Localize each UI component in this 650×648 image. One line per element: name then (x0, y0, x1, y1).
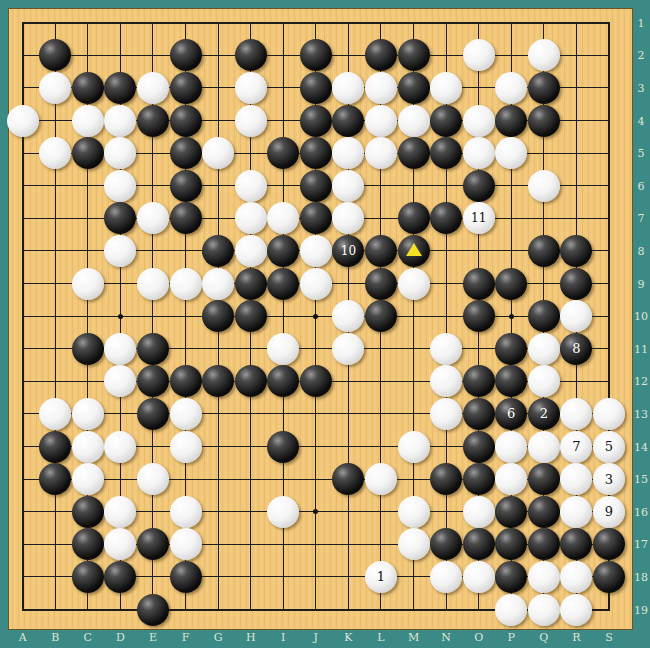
stone-black-H12[interactable] (235, 365, 267, 397)
stone-black-J7[interactable] (300, 202, 332, 234)
row-label-2: 2 (634, 50, 648, 61)
row-label-12: 12 (634, 376, 648, 387)
stone-black-R9[interactable] (560, 268, 592, 300)
stone-white-L18[interactable]: 1 (365, 561, 397, 593)
stone-black-J4[interactable] (300, 105, 332, 137)
stone-white-F13[interactable] (170, 398, 202, 430)
stone-black-O10[interactable] (463, 300, 495, 332)
stone-black-O13[interactable] (463, 398, 495, 430)
column-label-J: J (310, 632, 322, 643)
stone-white-D6[interactable] (104, 170, 136, 202)
stone-white-O2[interactable] (463, 39, 495, 71)
stone-black-J3[interactable] (300, 72, 332, 104)
stone-white-J8[interactable] (300, 235, 332, 267)
stone-black-L8[interactable] (365, 235, 397, 267)
stone-black-F12[interactable] (170, 365, 202, 397)
stone-white-K11[interactable] (332, 333, 364, 365)
stone-white-H3[interactable] (235, 72, 267, 104)
column-label-O: O (473, 632, 485, 643)
column-label-C: C (82, 632, 94, 643)
row-label-14: 14 (634, 442, 648, 453)
stone-white-O5[interactable] (463, 137, 495, 169)
stone-black-F5[interactable] (170, 137, 202, 169)
stone-black-P9[interactable] (495, 268, 527, 300)
stone-black-O12[interactable] (463, 365, 495, 397)
stone-black-Q16[interactable] (528, 496, 560, 528)
stone-white-E3[interactable] (137, 72, 169, 104)
star-point-P10 (509, 314, 514, 319)
stone-white-C9[interactable] (72, 268, 104, 300)
stone-black-O9[interactable] (463, 268, 495, 300)
stone-white-P14[interactable] (495, 431, 527, 463)
stone-white-H7[interactable] (235, 202, 267, 234)
stone-white-R19[interactable] (560, 594, 592, 626)
row-label-3: 3 (634, 83, 648, 94)
stone-white-Q6[interactable] (528, 170, 560, 202)
column-label-D: D (114, 632, 126, 643)
stone-black-C11[interactable] (72, 333, 104, 365)
column-label-Q: Q (538, 632, 550, 643)
move-number-label: 6 (495, 398, 527, 430)
row-label-16: 16 (634, 507, 648, 518)
stone-white-N18[interactable] (430, 561, 462, 593)
stone-black-E13[interactable] (137, 398, 169, 430)
stone-white-E9[interactable] (137, 268, 169, 300)
row-label-9: 9 (634, 279, 648, 290)
stone-white-B13[interactable] (39, 398, 71, 430)
stone-white-S14[interactable]: 5 (593, 431, 625, 463)
stone-white-G9[interactable] (202, 268, 234, 300)
stone-white-N11[interactable] (430, 333, 462, 365)
row-label-19: 19 (634, 605, 648, 616)
move-number-label: 7 (560, 431, 592, 463)
stone-black-Q3[interactable] (528, 72, 560, 104)
stone-black-P13[interactable]: 6 (495, 398, 527, 430)
row-label-8: 8 (634, 246, 648, 257)
stone-white-Q11[interactable] (528, 333, 560, 365)
stone-white-M9[interactable] (398, 268, 430, 300)
stone-black-R11[interactable]: 8 (560, 333, 592, 365)
stone-black-F18[interactable] (170, 561, 202, 593)
stone-white-O16[interactable] (463, 496, 495, 528)
stone-white-H8[interactable] (235, 235, 267, 267)
stone-white-A4[interactable] (7, 105, 39, 137)
stone-white-C14[interactable] (72, 431, 104, 463)
row-label-7: 7 (634, 213, 648, 224)
stone-white-Q2[interactable] (528, 39, 560, 71)
row-label-1: 1 (634, 18, 648, 29)
stone-black-J6[interactable] (300, 170, 332, 202)
triangle-marker-M8 (406, 243, 422, 256)
column-label-M: M (408, 632, 420, 643)
stone-white-M4[interactable] (398, 105, 430, 137)
stone-white-F9[interactable] (170, 268, 202, 300)
move-number-label: 10 (332, 235, 364, 267)
stone-black-O15[interactable] (463, 463, 495, 495)
move-number-label: 11 (463, 202, 495, 234)
stone-white-Q18[interactable] (528, 561, 560, 593)
stone-white-J9[interactable] (300, 268, 332, 300)
stone-white-D16[interactable] (104, 496, 136, 528)
stone-white-B3[interactable] (39, 72, 71, 104)
stone-white-O4[interactable] (463, 105, 495, 137)
stone-white-C15[interactable] (72, 463, 104, 495)
stone-black-S18[interactable] (593, 561, 625, 593)
stone-white-M14[interactable] (398, 431, 430, 463)
stone-black-I8[interactable] (267, 235, 299, 267)
stone-white-I16[interactable] (267, 496, 299, 528)
move-number-label: 3 (593, 463, 625, 495)
stone-black-C3[interactable] (72, 72, 104, 104)
stone-black-J2[interactable] (300, 39, 332, 71)
stone-white-Q12[interactable] (528, 365, 560, 397)
column-label-S: S (603, 632, 615, 643)
stone-black-Q17[interactable] (528, 528, 560, 560)
stone-white-H4[interactable] (235, 105, 267, 137)
stone-white-S13[interactable] (593, 398, 625, 430)
row-label-10: 10 (634, 311, 648, 322)
column-label-B: B (49, 632, 61, 643)
stone-white-F14[interactable] (170, 431, 202, 463)
stone-white-O18[interactable] (463, 561, 495, 593)
stone-black-N5[interactable] (430, 137, 462, 169)
row-label-4: 4 (634, 116, 648, 127)
stone-black-F2[interactable] (170, 39, 202, 71)
stone-black-M3[interactable] (398, 72, 430, 104)
stone-black-J5[interactable] (300, 137, 332, 169)
stone-white-S16[interactable]: 9 (593, 496, 625, 528)
stone-black-K4[interactable] (332, 105, 364, 137)
stone-white-D14[interactable] (104, 431, 136, 463)
stone-white-R14[interactable]: 7 (560, 431, 592, 463)
stone-black-M5[interactable] (398, 137, 430, 169)
column-label-P: P (505, 632, 517, 643)
stone-white-C4[interactable] (72, 105, 104, 137)
stone-white-E15[interactable] (137, 463, 169, 495)
stone-black-C5[interactable] (72, 137, 104, 169)
stone-white-L3[interactable] (365, 72, 397, 104)
stone-white-M17[interactable] (398, 528, 430, 560)
stone-white-O7[interactable]: 11 (463, 202, 495, 234)
column-label-G: G (212, 632, 224, 643)
move-number-label: 8 (560, 333, 592, 365)
stone-black-N15[interactable] (430, 463, 462, 495)
stone-black-C17[interactable] (72, 528, 104, 560)
column-label-H: H (245, 632, 257, 643)
stone-black-Q15[interactable] (528, 463, 560, 495)
stone-white-I11[interactable] (267, 333, 299, 365)
stone-white-C13[interactable] (72, 398, 104, 430)
column-label-E: E (147, 632, 159, 643)
stone-black-P18[interactable] (495, 561, 527, 593)
stone-black-P11[interactable] (495, 333, 527, 365)
stone-white-G5[interactable] (202, 137, 234, 169)
stone-black-Q10[interactable] (528, 300, 560, 332)
stone-white-D4[interactable] (104, 105, 136, 137)
stone-black-F3[interactable] (170, 72, 202, 104)
stone-black-G8[interactable] (202, 235, 234, 267)
stone-white-Q14[interactable] (528, 431, 560, 463)
stone-black-H9[interactable] (235, 268, 267, 300)
stone-white-P3[interactable] (495, 72, 527, 104)
column-label-L: L (375, 632, 387, 643)
stone-black-C16[interactable] (72, 496, 104, 528)
row-label-18: 18 (634, 572, 648, 583)
move-number-label: 9 (593, 496, 625, 528)
move-number-label: 2 (528, 398, 560, 430)
stone-white-N13[interactable] (430, 398, 462, 430)
stone-white-H6[interactable] (235, 170, 267, 202)
stone-black-P4[interactable] (495, 105, 527, 137)
column-label-I: I (277, 632, 289, 643)
row-label-13: 13 (634, 409, 648, 420)
stone-white-R16[interactable] (560, 496, 592, 528)
stone-black-O6[interactable] (463, 170, 495, 202)
stone-white-Q19[interactable] (528, 594, 560, 626)
go-board-screenshot: 111086275391 ABCDEFGHIJKLMNOPQRS 1234567… (0, 0, 650, 648)
stone-black-M2[interactable] (398, 39, 430, 71)
stone-black-I9[interactable] (267, 268, 299, 300)
column-label-K: K (342, 632, 354, 643)
stone-black-F4[interactable] (170, 105, 202, 137)
stone-black-E19[interactable] (137, 594, 169, 626)
column-label-A: A (17, 632, 29, 643)
stone-black-I14[interactable] (267, 431, 299, 463)
star-point-D10 (118, 314, 123, 319)
stone-black-G10[interactable] (202, 300, 234, 332)
row-label-6: 6 (634, 181, 648, 192)
stone-white-S15[interactable]: 3 (593, 463, 625, 495)
row-label-5: 5 (634, 148, 648, 159)
row-label-11: 11 (634, 344, 648, 355)
stone-black-L9[interactable] (365, 268, 397, 300)
stone-black-E11[interactable] (137, 333, 169, 365)
stone-white-F17[interactable] (170, 528, 202, 560)
column-label-F: F (180, 632, 192, 643)
stone-white-N3[interactable] (430, 72, 462, 104)
stone-black-J12[interactable] (300, 365, 332, 397)
stone-white-F16[interactable] (170, 496, 202, 528)
stone-white-K6[interactable] (332, 170, 364, 202)
stone-black-H10[interactable] (235, 300, 267, 332)
stone-black-L10[interactable] (365, 300, 397, 332)
stone-black-O14[interactable] (463, 431, 495, 463)
stone-black-P16[interactable] (495, 496, 527, 528)
stone-black-Q4[interactable] (528, 105, 560, 137)
stone-black-Q8[interactable] (528, 235, 560, 267)
stone-black-C18[interactable] (72, 561, 104, 593)
column-label-R: R (570, 632, 582, 643)
stone-black-H2[interactable] (235, 39, 267, 71)
stone-black-N4[interactable] (430, 105, 462, 137)
stone-black-F6[interactable] (170, 170, 202, 202)
stone-black-M7[interactable] (398, 202, 430, 234)
star-point-J10 (313, 314, 318, 319)
move-number-label: 1 (365, 561, 397, 593)
stone-black-K8[interactable]: 10 (332, 235, 364, 267)
column-label-N: N (440, 632, 452, 643)
stone-white-L4[interactable] (365, 105, 397, 137)
stone-black-B14[interactable] (39, 431, 71, 463)
stone-white-P19[interactable] (495, 594, 527, 626)
move-number-label: 5 (593, 431, 625, 463)
stone-white-D11[interactable] (104, 333, 136, 365)
stone-black-F7[interactable] (170, 202, 202, 234)
stone-black-E4[interactable] (137, 105, 169, 137)
row-label-15: 15 (634, 474, 648, 485)
stone-white-M16[interactable] (398, 496, 430, 528)
stone-black-O17[interactable] (463, 528, 495, 560)
row-label-17: 17 (634, 539, 648, 550)
stone-white-L5[interactable] (365, 137, 397, 169)
stone-white-L15[interactable] (365, 463, 397, 495)
stone-black-Q13[interactable]: 2 (528, 398, 560, 430)
